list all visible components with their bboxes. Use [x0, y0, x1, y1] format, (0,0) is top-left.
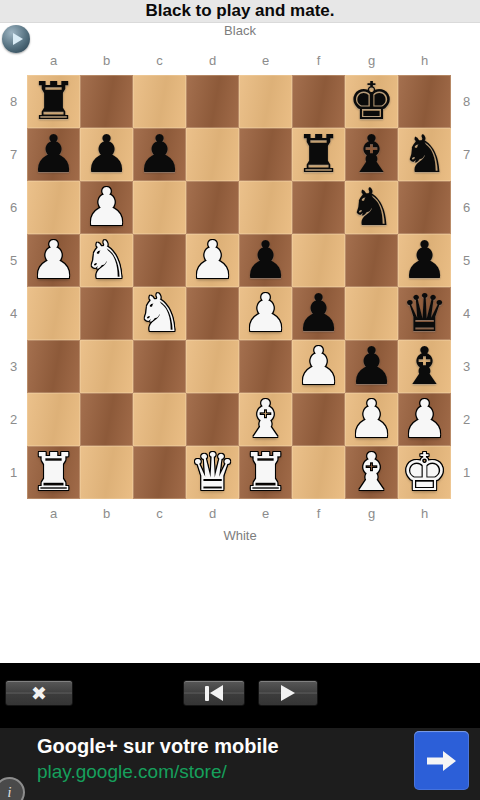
file-label-a: a: [27, 52, 80, 70]
close-button[interactable]: ✖: [5, 680, 73, 706]
piece-wN-b5[interactable]: ♞: [83, 234, 130, 287]
piece-wP-h2[interactable]: ♟: [401, 393, 448, 446]
play-icon: [281, 685, 295, 701]
file-label-g: g: [345, 52, 398, 70]
rank-labels-left: 87654321: [0, 75, 27, 499]
piece-bP-c7[interactable]: ♟: [136, 128, 183, 181]
rank-label-5: 5: [453, 234, 480, 287]
file-labels-top: abcdefgh: [27, 52, 451, 70]
rank-labels-right: 87654321: [453, 75, 480, 499]
square-a5[interactable]: ♟: [27, 234, 80, 287]
skip-to-start-button[interactable]: [183, 680, 245, 706]
square-c4[interactable]: ♞: [133, 287, 186, 340]
square-h8[interactable]: [398, 75, 451, 128]
control-bar: ✖: [0, 663, 480, 728]
square-c8[interactable]: [133, 75, 186, 128]
file-label-b: b: [80, 505, 133, 523]
square-h2[interactable]: ♟: [398, 393, 451, 446]
file-label-h: h: [398, 52, 451, 70]
piece-bN-h7[interactable]: ♞: [401, 128, 448, 181]
square-b1[interactable]: [80, 446, 133, 499]
square-f8[interactable]: [292, 75, 345, 128]
square-a1[interactable]: ♜: [27, 446, 80, 499]
piece-bQ-h4[interactable]: ♛: [401, 287, 448, 340]
file-label-a: a: [27, 505, 80, 523]
rank-label-1: 1: [453, 446, 480, 499]
square-e7[interactable]: [239, 128, 292, 181]
square-d1[interactable]: ♛: [186, 446, 239, 499]
file-label-d: d: [186, 52, 239, 70]
piece-wP-b6[interactable]: ♟: [83, 181, 130, 234]
square-b8[interactable]: [80, 75, 133, 128]
piece-bK-g8[interactable]: ♚: [348, 75, 395, 128]
piece-wN-c4[interactable]: ♞: [136, 287, 183, 340]
square-f6[interactable]: [292, 181, 345, 234]
piece-wQ-d1[interactable]: ♛: [189, 446, 236, 499]
chess-app-screen: Black to play and mate. Black abcdefgh 8…: [0, 0, 480, 800]
square-b7[interactable]: ♟: [80, 128, 133, 181]
square-e1[interactable]: ♜: [239, 446, 292, 499]
square-b5[interactable]: ♞: [80, 234, 133, 287]
file-label-d: d: [186, 505, 239, 523]
piece-bB-h3[interactable]: ♝: [401, 340, 448, 393]
square-a8[interactable]: ♜: [27, 75, 80, 128]
square-f1[interactable]: [292, 446, 345, 499]
ad-info-icon[interactable]: i: [0, 777, 25, 800]
piece-wP-a5[interactable]: ♟: [30, 234, 77, 287]
square-g6[interactable]: ♞: [345, 181, 398, 234]
rank-label-3: 3: [0, 340, 27, 393]
piece-bP-a7[interactable]: ♟: [30, 128, 77, 181]
piece-bR-a8[interactable]: ♜: [30, 75, 77, 128]
square-g4[interactable]: [345, 287, 398, 340]
piece-wB-e2[interactable]: ♝: [242, 393, 289, 446]
file-label-c: c: [133, 52, 186, 70]
square-f7[interactable]: ♜: [292, 128, 345, 181]
piece-bP-g3[interactable]: ♟: [348, 340, 395, 393]
chess-board[interactable]: ♜♚♟♟♟♜♝♞♟♞♟♞♟♟♟♞♟♟♛♟♟♝♝♟♟♜♛♜♝♚: [27, 75, 451, 499]
square-g8[interactable]: ♚: [345, 75, 398, 128]
file-label-f: f: [292, 505, 345, 523]
file-label-e: e: [239, 505, 292, 523]
square-f4[interactable]: ♟: [292, 287, 345, 340]
square-d2[interactable]: [186, 393, 239, 446]
square-g2[interactable]: ♟: [345, 393, 398, 446]
white-side-label: White: [0, 528, 480, 544]
square-e3[interactable]: [239, 340, 292, 393]
square-a4[interactable]: [27, 287, 80, 340]
rank-label-8: 8: [453, 75, 480, 128]
play-button[interactable]: [258, 680, 318, 706]
piece-wP-f3[interactable]: ♟: [295, 340, 342, 393]
square-f2[interactable]: [292, 393, 345, 446]
square-d3[interactable]: [186, 340, 239, 393]
file-label-f: f: [292, 52, 345, 70]
square-c2[interactable]: [133, 393, 186, 446]
square-b3[interactable]: [80, 340, 133, 393]
rank-label-5: 5: [0, 234, 27, 287]
piece-wP-d5[interactable]: ♟: [189, 234, 236, 287]
file-label-b: b: [80, 52, 133, 70]
square-e4[interactable]: ♟: [239, 287, 292, 340]
ad-cta-button[interactable]: [414, 731, 469, 790]
ad-banner[interactable]: Google+ sur votre mobile play.google.com…: [0, 728, 480, 800]
ad-link[interactable]: play.google.com/store/: [37, 761, 227, 783]
square-b6[interactable]: ♟: [80, 181, 133, 234]
piece-bB-g7[interactable]: ♝: [348, 128, 395, 181]
square-g3[interactable]: ♟: [345, 340, 398, 393]
square-c6[interactable]: [133, 181, 186, 234]
piece-wR-e1[interactable]: ♜: [242, 446, 289, 499]
square-g5[interactable]: [345, 234, 398, 287]
rank-label-8: 8: [0, 75, 27, 128]
square-g1[interactable]: ♝: [345, 446, 398, 499]
piece-wP-e4[interactable]: ♟: [242, 287, 289, 340]
square-d8[interactable]: [186, 75, 239, 128]
square-b2[interactable]: [80, 393, 133, 446]
square-a2[interactable]: [27, 393, 80, 446]
rank-label-2: 2: [0, 393, 27, 446]
square-h6[interactable]: [398, 181, 451, 234]
square-h4[interactable]: ♛: [398, 287, 451, 340]
rank-label-3: 3: [453, 340, 480, 393]
piece-bP-b7[interactable]: ♟: [83, 128, 130, 181]
rank-label-4: 4: [453, 287, 480, 340]
square-c5[interactable]: [133, 234, 186, 287]
square-e2[interactable]: ♝: [239, 393, 292, 446]
square-f3[interactable]: ♟: [292, 340, 345, 393]
piece-bP-e5[interactable]: ♟: [242, 234, 289, 287]
black-side-label: Black: [0, 23, 480, 38]
square-c3[interactable]: [133, 340, 186, 393]
file-label-e: e: [239, 52, 292, 70]
square-e8[interactable]: [239, 75, 292, 128]
file-label-h: h: [398, 505, 451, 523]
puzzle-title: Black to play and mate.: [0, 0, 480, 23]
square-d4[interactable]: [186, 287, 239, 340]
rank-label-6: 6: [0, 181, 27, 234]
piece-wK-h1[interactable]: ♚: [401, 446, 448, 499]
play-icon: [13, 33, 23, 45]
file-label-c: c: [133, 505, 186, 523]
skip-to-start-icon: [205, 686, 209, 701]
piece-bP-f4[interactable]: ♟: [295, 287, 342, 340]
rank-label-6: 6: [453, 181, 480, 234]
square-h7[interactable]: ♞: [398, 128, 451, 181]
square-d5[interactable]: ♟: [186, 234, 239, 287]
square-h3[interactable]: ♝: [398, 340, 451, 393]
square-a3[interactable]: [27, 340, 80, 393]
square-c7[interactable]: ♟: [133, 128, 186, 181]
square-a6[interactable]: [27, 181, 80, 234]
arrow-right-icon: [427, 750, 457, 772]
rank-label-1: 1: [0, 446, 27, 499]
square-h1[interactable]: ♚: [398, 446, 451, 499]
square-a7[interactable]: ♟: [27, 128, 80, 181]
square-d7[interactable]: [186, 128, 239, 181]
piece-bR-f7[interactable]: ♜: [295, 128, 342, 181]
skip-to-start-icon: [210, 685, 223, 701]
piece-wB-g1[interactable]: ♝: [348, 446, 395, 499]
rank-label-2: 2: [453, 393, 480, 446]
square-e5[interactable]: ♟: [239, 234, 292, 287]
square-c1[interactable]: [133, 446, 186, 499]
file-labels-bottom: abcdefgh: [27, 505, 451, 523]
piece-bP-h5[interactable]: ♟: [401, 234, 448, 287]
replay-button[interactable]: [2, 25, 30, 53]
square-b4[interactable]: [80, 287, 133, 340]
square-d6[interactable]: [186, 181, 239, 234]
rank-label-7: 7: [0, 128, 27, 181]
ad-headline: Google+ sur votre mobile: [37, 735, 279, 758]
file-label-g: g: [345, 505, 398, 523]
piece-bN-g6[interactable]: ♞: [348, 181, 395, 234]
piece-wP-g2[interactable]: ♟: [348, 393, 395, 446]
rank-label-7: 7: [453, 128, 480, 181]
square-f5[interactable]: [292, 234, 345, 287]
rank-label-4: 4: [0, 287, 27, 340]
close-icon: ✖: [31, 684, 47, 703]
piece-wR-a1[interactable]: ♜: [30, 446, 77, 499]
square-e6[interactable]: [239, 181, 292, 234]
square-h5[interactable]: ♟: [398, 234, 451, 287]
square-g7[interactable]: ♝: [345, 128, 398, 181]
